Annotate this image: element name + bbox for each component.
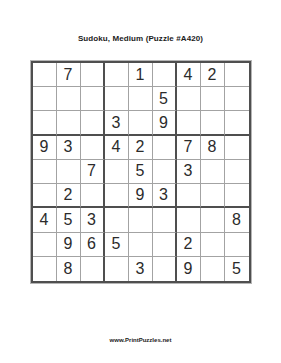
sudoku-cell [225, 63, 249, 87]
sudoku-cell [177, 208, 201, 232]
sudoku-cell [153, 233, 177, 257]
sudoku-cell [177, 111, 201, 135]
sudoku-cell [225, 184, 249, 208]
sudoku-cell [33, 160, 57, 184]
sudoku-cell [105, 257, 129, 281]
sudoku-cell [153, 136, 177, 160]
sudoku-cell: 3 [105, 111, 129, 135]
sudoku-cell [129, 87, 153, 111]
sudoku-cell: 3 [81, 208, 105, 232]
sudoku-cell [225, 136, 249, 160]
sudoku-cell [57, 87, 81, 111]
sudoku-cell [57, 160, 81, 184]
sudoku-cell: 7 [57, 63, 81, 87]
sudoku-cell: 4 [105, 136, 129, 160]
sudoku-cell [81, 136, 105, 160]
sudoku-cell [201, 87, 225, 111]
sudoku-cell: 2 [177, 233, 201, 257]
sudoku-cell [33, 184, 57, 208]
sudoku-cell [225, 160, 249, 184]
sudoku-cell [81, 184, 105, 208]
sudoku-cell [105, 160, 129, 184]
sudoku-cell: 7 [177, 136, 201, 160]
sudoku-cell: 4 [177, 63, 201, 87]
sudoku-cell [105, 208, 129, 232]
sudoku-cell: 8 [225, 208, 249, 232]
sudoku-cell: 9 [129, 184, 153, 208]
sudoku-cell: 4 [33, 208, 57, 232]
sudoku-cell [105, 63, 129, 87]
sudoku-cell: 5 [153, 87, 177, 111]
sudoku-cell [153, 208, 177, 232]
sudoku-cell [129, 233, 153, 257]
sudoku-cell [225, 111, 249, 135]
sudoku-cell: 8 [57, 257, 81, 281]
sudoku-cell: 9 [33, 136, 57, 160]
sudoku-cell [33, 233, 57, 257]
sudoku-cell [201, 257, 225, 281]
sudoku-cell [33, 63, 57, 87]
sudoku-cell [201, 208, 225, 232]
sudoku-cell: 5 [129, 160, 153, 184]
sudoku-cell [225, 233, 249, 257]
sudoku-cell: 9 [57, 233, 81, 257]
sudoku-cell [33, 111, 57, 135]
sudoku-cell [201, 233, 225, 257]
sudoku-cell [225, 87, 249, 111]
puzzle-page: Sudoku, Medium (Puzzle #A420) 7142539934… [0, 0, 281, 363]
sudoku-cell [57, 111, 81, 135]
sudoku-cell [201, 111, 225, 135]
sudoku-cell [105, 184, 129, 208]
sudoku-cell: 1 [129, 63, 153, 87]
sudoku-cell: 7 [81, 160, 105, 184]
sudoku-cell [201, 160, 225, 184]
puzzle-title: Sudoku, Medium (Puzzle #A420) [0, 34, 281, 43]
sudoku-cell: 2 [129, 136, 153, 160]
sudoku-cell [81, 111, 105, 135]
sudoku-cell: 5 [57, 208, 81, 232]
sudoku-cell [81, 257, 105, 281]
sudoku-cell [33, 87, 57, 111]
sudoku-cell [153, 63, 177, 87]
sudoku-cell: 2 [201, 63, 225, 87]
sudoku-cell [177, 87, 201, 111]
sudoku-cell: 5 [225, 257, 249, 281]
sudoku-cell: 6 [81, 233, 105, 257]
sudoku-board: 7142539934278753293453896528395 [31, 61, 251, 283]
sudoku-cell: 9 [177, 257, 201, 281]
sudoku-cell: 3 [177, 160, 201, 184]
sudoku-cell: 3 [153, 184, 177, 208]
sudoku-cell: 8 [201, 136, 225, 160]
sudoku-cell: 5 [105, 233, 129, 257]
sudoku-cell [201, 184, 225, 208]
sudoku-cell: 3 [129, 257, 153, 281]
sudoku-cell [129, 208, 153, 232]
sudoku-cell: 9 [153, 111, 177, 135]
sudoku-cell: 2 [57, 184, 81, 208]
sudoku-cell [177, 184, 201, 208]
sudoku-cell [153, 257, 177, 281]
sudoku-cell [129, 111, 153, 135]
sudoku-cell [153, 160, 177, 184]
sudoku-cell [81, 87, 105, 111]
site-url: www.PrintPuzzles.net [0, 337, 281, 343]
sudoku-cell: 3 [57, 136, 81, 160]
sudoku-cell [81, 63, 105, 87]
sudoku-cell [105, 87, 129, 111]
sudoku-cell [33, 257, 57, 281]
